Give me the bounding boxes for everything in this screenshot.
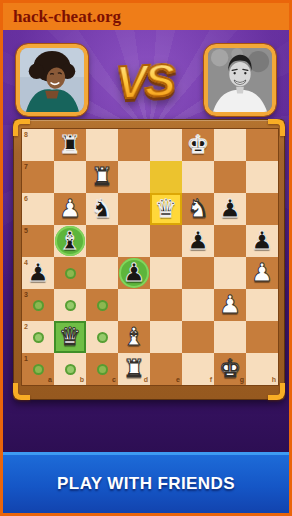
piece-white-pawn[interactable]: ♟: [54, 193, 86, 225]
rank-label-8: 8: [24, 131, 28, 138]
player-avatar-right: [204, 44, 276, 116]
square-e1[interactable]: e: [150, 353, 182, 385]
piece-black-bishop[interactable]: ♝: [54, 225, 86, 257]
file-label-e: e: [176, 376, 180, 383]
piece-white-knight[interactable]: ♞: [182, 193, 214, 225]
woman-avatar-illustration: [20, 48, 84, 112]
square-d4[interactable]: ♟: [118, 257, 150, 289]
square-h3[interactable]: [246, 289, 278, 321]
square-d6[interactable]: [118, 193, 150, 225]
square-b1[interactable]: b: [54, 353, 86, 385]
square-h8[interactable]: [246, 129, 278, 161]
square-b2[interactable]: ♛: [54, 321, 86, 353]
square-a5[interactable]: 5: [22, 225, 54, 257]
square-a7[interactable]: 7: [22, 161, 54, 193]
square-f2[interactable]: [182, 321, 214, 353]
square-e6[interactable]: ♛: [150, 193, 182, 225]
file-label-c: c: [112, 376, 116, 383]
rank-label-1: 1: [24, 355, 28, 362]
square-g5[interactable]: [214, 225, 246, 257]
rank-label-6: 6: [24, 195, 28, 202]
vs-label: VS: [114, 51, 177, 109]
square-d7[interactable]: [118, 161, 150, 193]
square-f8[interactable]: ♚: [182, 129, 214, 161]
square-e3[interactable]: [150, 289, 182, 321]
piece-black-pawn[interactable]: ♟: [246, 225, 278, 257]
play-with-friends-label: PLAY WITH FRIENDS: [57, 474, 235, 494]
square-e5[interactable]: [150, 225, 182, 257]
move-dot[interactable]: [97, 332, 108, 343]
square-g2[interactable]: [214, 321, 246, 353]
matchup-row: VS: [3, 44, 289, 116]
square-h5[interactable]: ♟: [246, 225, 278, 257]
square-f6[interactable]: ♞: [182, 193, 214, 225]
play-with-friends-button[interactable]: PLAY WITH FRIENDS: [3, 452, 289, 513]
square-f5[interactable]: ♟: [182, 225, 214, 257]
square-g7[interactable]: [214, 161, 246, 193]
board-corner-bracket: [13, 383, 30, 400]
square-a2[interactable]: 2: [22, 321, 54, 353]
square-g3[interactable]: ♟: [214, 289, 246, 321]
square-h6[interactable]: [246, 193, 278, 225]
file-label-d: d: [144, 376, 148, 383]
square-c5[interactable]: [86, 225, 118, 257]
square-h4[interactable]: ♟: [246, 257, 278, 289]
app-screen: hack-cheat.org VS: [0, 0, 292, 516]
file-label-g: g: [240, 376, 244, 383]
square-g4[interactable]: [214, 257, 246, 289]
piece-black-pawn[interactable]: ♟: [182, 225, 214, 257]
square-b5[interactable]: ♝: [54, 225, 86, 257]
square-a6[interactable]: 6: [22, 193, 54, 225]
square-a3[interactable]: 3: [22, 289, 54, 321]
piece-black-queen[interactable]: ♛: [150, 193, 182, 225]
square-e7[interactable]: [150, 161, 182, 193]
move-dot[interactable]: [97, 300, 108, 311]
square-g1[interactable]: g♚: [214, 353, 246, 385]
square-e2[interactable]: [150, 321, 182, 353]
square-d1[interactable]: d♜: [118, 353, 150, 385]
square-e4[interactable]: [150, 257, 182, 289]
rank-label-7: 7: [24, 163, 28, 170]
piece-black-pawn[interactable]: ♟: [214, 193, 246, 225]
square-a8[interactable]: 8: [22, 129, 54, 161]
square-d5[interactable]: [118, 225, 150, 257]
piece-white-rook[interactable]: ♜: [86, 161, 118, 193]
board-corner-bracket: [268, 383, 285, 400]
square-c4[interactable]: [86, 257, 118, 289]
piece-black-pawn[interactable]: ♟: [118, 257, 150, 289]
square-c8[interactable]: [86, 129, 118, 161]
square-b4[interactable]: [54, 257, 86, 289]
chess-board[interactable]: 8♜♚7♜6♟♞♛♞♟5♝♟♟4♟♟♟3♟2♛♝1abcd♜efg♚h: [21, 128, 279, 386]
square-b7[interactable]: [54, 161, 86, 193]
file-label-f: f: [210, 376, 212, 383]
move-dot[interactable]: [65, 300, 76, 311]
rank-label-4: 4: [24, 259, 28, 266]
square-h2[interactable]: [246, 321, 278, 353]
square-f4[interactable]: [182, 257, 214, 289]
rank-label-5: 5: [24, 227, 28, 234]
square-d8[interactable]: [118, 129, 150, 161]
chess-board-frame: 8♜♚7♜6♟♞♛♞♟5♝♟♟4♟♟♟3♟2♛♝1abcd♜efg♚h: [13, 119, 285, 400]
piece-black-king[interactable]: ♚: [182, 129, 214, 161]
move-dot[interactable]: [33, 300, 44, 311]
player-avatar-left: [16, 44, 88, 116]
square-d3[interactable]: [118, 289, 150, 321]
square-d2[interactable]: ♝: [118, 321, 150, 353]
square-a1[interactable]: 1a: [22, 353, 54, 385]
square-c2[interactable]: [86, 321, 118, 353]
move-dot[interactable]: [33, 364, 44, 375]
square-f3[interactable]: [182, 289, 214, 321]
square-c3[interactable]: [86, 289, 118, 321]
piece-white-bishop[interactable]: ♝: [118, 321, 150, 353]
square-a4[interactable]: 4♟: [22, 257, 54, 289]
square-f1[interactable]: f: [182, 353, 214, 385]
file-label-a: a: [48, 376, 52, 383]
square-e8[interactable]: [150, 129, 182, 161]
move-dot[interactable]: [97, 364, 108, 375]
file-label-b: b: [80, 376, 84, 383]
piece-black-knight[interactable]: ♞: [86, 193, 118, 225]
man-avatar-illustration: [208, 48, 272, 112]
square-c1[interactable]: c: [86, 353, 118, 385]
move-dot[interactable]: [65, 268, 76, 279]
rank-label-3: 3: [24, 291, 28, 298]
move-dot[interactable]: [65, 364, 76, 375]
piece-white-pawn[interactable]: ♟: [214, 289, 246, 321]
square-h7[interactable]: [246, 161, 278, 193]
square-h1[interactable]: h: [246, 353, 278, 385]
move-dot[interactable]: [33, 332, 44, 343]
square-b3[interactable]: [54, 289, 86, 321]
rank-label-2: 2: [24, 323, 28, 330]
watermark-bar: hack-cheat.org: [3, 3, 289, 30]
square-g8[interactable]: [214, 129, 246, 161]
square-c6[interactable]: ♞: [86, 193, 118, 225]
square-b6[interactable]: ♟: [54, 193, 86, 225]
watermark-text: hack-cheat.org: [13, 7, 121, 27]
square-c7[interactable]: ♜: [86, 161, 118, 193]
file-label-h: h: [272, 376, 276, 383]
square-b8[interactable]: ♜: [54, 129, 86, 161]
square-g6[interactable]: ♟: [214, 193, 246, 225]
square-f7[interactable]: [182, 161, 214, 193]
piece-white-pawn[interactable]: ♟: [246, 257, 278, 289]
piece-black-rook[interactable]: ♜: [54, 129, 86, 161]
piece-white-queen[interactable]: ♛: [54, 321, 86, 353]
